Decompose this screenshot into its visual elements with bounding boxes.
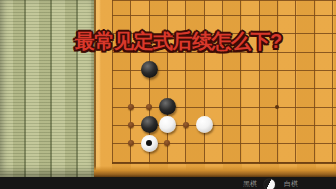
white-player-label: 白棋: [284, 180, 298, 188]
hint-dot-D2[interactable]: [164, 140, 170, 146]
stone-black-C6: [141, 61, 158, 78]
hint-dot-C4[interactable]: [146, 104, 152, 110]
tatami-mat-background: [0, 0, 94, 177]
bottom-bar: 黑棋 白棋: [0, 177, 336, 189]
board-grid[interactable]: [112, 0, 336, 164]
board-bottom-bevel: [94, 166, 336, 177]
hint-dot-E3[interactable]: [183, 122, 189, 128]
stone-black-C3: [141, 116, 158, 133]
stone-white-C2: [141, 135, 158, 152]
black-player-label: 黑棋: [243, 180, 257, 188]
hint-dot-B3[interactable]: [128, 122, 134, 128]
hint-dot-B2[interactable]: [128, 140, 134, 146]
hint-dot-B4[interactable]: [128, 104, 134, 110]
go-app-screen: 最常见定式后续怎么下? 黑棋 白棋: [0, 0, 336, 189]
video-title: 最常见定式后续怎么下?: [75, 30, 305, 53]
star-point-K4: [275, 105, 279, 109]
stone-black-D4: [159, 98, 176, 115]
stone-white-D3: [159, 116, 176, 133]
stone-white-F3: [196, 116, 213, 133]
last-move-marker: [146, 140, 152, 146]
board-edge-highlight: [94, 0, 101, 177]
stone-toggle-icon[interactable]: [264, 179, 275, 189]
